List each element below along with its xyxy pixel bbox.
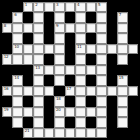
block-cell-r7c8	[86, 75, 96, 85]
block-cell-r10c4	[44, 107, 54, 117]
block-cell-r0c10	[107, 2, 117, 12]
cell-r2c0[interactable]: 8	[2, 23, 12, 33]
block-cell-r0c0	[2, 2, 12, 12]
block-cell-r4c6	[65, 44, 75, 54]
cell-r5c5[interactable]	[54, 54, 64, 64]
cell-r1c9[interactable]	[96, 12, 106, 22]
cell-r12c6[interactable]	[65, 128, 75, 138]
cell-r5c9[interactable]	[96, 54, 106, 64]
cell-r10c5[interactable]: 20	[54, 107, 64, 117]
cell-r10c0[interactable]: 19	[2, 107, 12, 117]
block-cell-r6c2	[23, 65, 33, 75]
cell-r4c9[interactable]	[96, 44, 106, 54]
clue-number-15: 15	[119, 76, 124, 81]
cell-r9c1[interactable]	[12, 96, 22, 106]
cell-r7c3[interactable]	[33, 75, 43, 85]
block-cell-r7c0	[2, 75, 12, 85]
block-cell-r9c4	[44, 96, 54, 106]
cell-r6c9[interactable]	[96, 65, 106, 75]
clue-number-13: 13	[35, 66, 40, 71]
cell-r10c11[interactable]	[117, 107, 127, 117]
cell-r9c7[interactable]	[75, 96, 85, 106]
cell-r12c2[interactable]: 21	[23, 128, 33, 138]
block-cell-r12c11	[117, 128, 127, 138]
clue-number-20: 20	[56, 108, 61, 113]
cell-r6c4[interactable]	[44, 65, 54, 75]
block-cell-r12c1	[12, 128, 22, 138]
clue-number-2: 2	[35, 3, 37, 8]
block-cell-r12c12	[128, 128, 138, 138]
cell-r9c9[interactable]	[96, 96, 106, 106]
block-cell-r6c10	[107, 65, 117, 75]
block-cell-r1c12	[128, 12, 138, 22]
block-cell-r11c6	[65, 117, 75, 127]
block-cell-r5c8	[86, 54, 96, 64]
cell-r1c11[interactable]: 7	[117, 12, 127, 22]
clue-number-16: 16	[4, 87, 9, 92]
block-cell-r5c6	[65, 54, 75, 64]
clue-number-18: 18	[56, 97, 61, 102]
cell-r5c1[interactable]	[12, 54, 22, 64]
block-cell-r10c10	[107, 107, 117, 117]
cell-r2c1[interactable]	[12, 23, 22, 33]
block-cell-r7c4	[44, 75, 54, 85]
cell-r3c9[interactable]	[96, 33, 106, 43]
clue-number-4: 4	[77, 3, 79, 8]
cell-r11c7[interactable]	[75, 117, 85, 127]
cell-r11c3[interactable]	[33, 117, 43, 127]
cell-r10c1[interactable]	[12, 107, 22, 117]
cell-r8c9[interactable]	[96, 86, 106, 96]
cell-r12c5[interactable]	[54, 128, 64, 138]
cell-r1c5[interactable]	[54, 12, 64, 22]
cell-r3c5[interactable]	[54, 33, 64, 43]
block-cell-r11c10	[107, 117, 117, 127]
cell-r7c9[interactable]	[96, 75, 106, 85]
clue-number-6: 6	[14, 13, 16, 18]
block-cell-r0c1	[12, 2, 22, 12]
block-cell-r12c0	[2, 128, 12, 138]
cell-r5c3[interactable]	[33, 54, 43, 64]
block-cell-r1c6	[65, 12, 75, 22]
block-cell-r3c4	[44, 33, 54, 43]
block-cell-r9c0	[2, 96, 12, 106]
cell-r4c10[interactable]	[107, 44, 117, 54]
cell-r2c9[interactable]	[96, 23, 106, 33]
cell-r8c2[interactable]	[23, 86, 33, 96]
crossword-puzzle: 123456789101112131415161718192021	[0, 0, 140, 140]
block-cell-r6c11	[117, 65, 127, 75]
cell-r11c11[interactable]	[117, 117, 127, 127]
cell-r1c1[interactable]: 6	[12, 12, 22, 22]
cell-r5c7[interactable]	[75, 54, 85, 64]
cell-r2c3[interactable]	[33, 23, 43, 33]
clue-number-7: 7	[119, 13, 121, 18]
block-cell-r7c2	[23, 75, 33, 85]
cell-r9c5[interactable]: 18	[54, 96, 64, 106]
cell-r6c3[interactable]: 13	[33, 65, 43, 75]
cell-r7c5[interactable]	[54, 75, 64, 85]
block-cell-r3c12	[128, 33, 138, 43]
cell-r7c7[interactable]	[75, 75, 85, 85]
cell-r0c8[interactable]	[86, 2, 96, 12]
cell-r6c8[interactable]	[86, 65, 96, 75]
block-cell-r11c2	[23, 117, 33, 127]
cell-r0c6[interactable]	[65, 2, 75, 12]
cell-r11c9[interactable]	[96, 117, 106, 127]
block-cell-r2c4	[44, 23, 54, 33]
cell-r10c8[interactable]	[86, 107, 96, 117]
clue-number-14: 14	[14, 76, 19, 81]
cell-r2c5[interactable]: 9	[54, 23, 64, 33]
block-cell-r1c2	[23, 12, 33, 22]
cell-r0c4[interactable]	[44, 2, 54, 12]
cell-r10c6[interactable]	[65, 107, 75, 117]
block-cell-r9c12	[128, 96, 138, 106]
cell-r10c3[interactable]	[33, 107, 43, 117]
cell-r3c7[interactable]	[75, 33, 85, 43]
cell-r2c7[interactable]	[75, 23, 85, 33]
cell-r3c11[interactable]	[117, 33, 127, 43]
cell-r2c6[interactable]	[65, 23, 75, 33]
block-cell-r5c12	[128, 54, 138, 64]
cell-r8c3[interactable]	[33, 86, 43, 96]
block-cell-r0c12	[128, 2, 138, 12]
cell-r8c8[interactable]	[86, 86, 96, 96]
clue-number-3: 3	[56, 3, 58, 8]
block-cell-r6c0	[2, 65, 12, 75]
block-cell-r9c2	[23, 96, 33, 106]
crossword-grid: 123456789101112131415161718192021	[2, 2, 138, 138]
block-cell-r11c12	[128, 117, 138, 127]
clue-number-10: 10	[14, 45, 19, 50]
cell-r10c2[interactable]	[23, 107, 33, 117]
cell-r8c0[interactable]: 16	[2, 86, 12, 96]
block-cell-r3c8	[86, 33, 96, 43]
cell-r1c3[interactable]	[33, 12, 43, 22]
block-cell-r10c12	[128, 107, 138, 117]
cell-r6c6[interactable]	[65, 65, 75, 75]
cell-r12c9[interactable]	[96, 128, 106, 138]
cell-r4c1[interactable]: 10	[12, 44, 22, 54]
block-cell-r3c10	[107, 33, 117, 43]
cell-r2c11[interactable]	[117, 23, 127, 33]
block-cell-r1c0	[2, 12, 12, 22]
cell-r4c4[interactable]	[44, 44, 54, 54]
block-cell-r7c6	[65, 75, 75, 85]
block-cell-r1c10	[107, 12, 117, 22]
cell-r2c2[interactable]	[23, 23, 33, 33]
cell-r7c11[interactable]: 15	[117, 75, 127, 85]
cell-r5c0[interactable]: 12	[2, 54, 12, 64]
cell-r9c11[interactable]	[117, 96, 127, 106]
block-cell-r1c8	[86, 12, 96, 22]
cell-r12c4[interactable]	[44, 128, 54, 138]
block-cell-r5c4	[44, 54, 54, 64]
block-cell-r3c0	[2, 33, 12, 43]
cell-r8c10[interactable]	[107, 86, 117, 96]
cell-r4c8[interactable]	[86, 44, 96, 54]
block-cell-r1c4	[44, 12, 54, 22]
block-cell-r4c0	[2, 44, 12, 54]
clue-number-1: 1	[25, 3, 27, 8]
cell-r4c5[interactable]	[54, 44, 64, 54]
block-cell-r6c1	[12, 65, 22, 75]
block-cell-r9c8	[86, 96, 96, 106]
cell-r0c9[interactable]: 5	[96, 2, 106, 12]
cell-r5c2[interactable]	[23, 54, 33, 64]
clue-number-12: 12	[4, 55, 9, 60]
cell-r8c12[interactable]	[128, 86, 138, 96]
cell-r8c4[interactable]	[44, 86, 54, 96]
block-cell-r2c10	[107, 23, 117, 33]
cell-r4c12[interactable]	[128, 44, 138, 54]
clue-number-8: 8	[4, 24, 6, 29]
cell-r12c8[interactable]	[86, 128, 96, 138]
cell-r4c11[interactable]	[117, 44, 127, 54]
cell-r6c7[interactable]	[75, 65, 85, 75]
block-cell-r9c6	[65, 96, 75, 106]
block-cell-r0c11	[117, 2, 127, 12]
cell-r0c5[interactable]: 3	[54, 2, 64, 12]
cell-r0c7[interactable]: 4	[75, 2, 85, 12]
cell-r5c11[interactable]	[117, 54, 127, 64]
cell-r6c5[interactable]	[54, 65, 64, 75]
block-cell-r11c4	[44, 117, 54, 127]
block-cell-r9c10	[107, 96, 117, 106]
cell-r12c7[interactable]	[75, 128, 85, 138]
block-cell-r7c12	[128, 75, 138, 85]
clue-number-11: 11	[77, 45, 82, 50]
clue-number-17: 17	[67, 87, 72, 92]
cell-r4c3[interactable]	[33, 44, 43, 54]
cell-r0c3[interactable]: 2	[33, 2, 43, 12]
cell-r4c2[interactable]	[23, 44, 33, 54]
cell-r9c3[interactable]	[33, 96, 43, 106]
block-cell-r2c12	[128, 23, 138, 33]
cell-r10c7[interactable]	[75, 107, 85, 117]
cell-r4c7[interactable]: 11	[75, 44, 85, 54]
block-cell-r8c5	[54, 86, 64, 96]
cell-r8c11[interactable]	[117, 86, 127, 96]
block-cell-r11c0	[2, 117, 12, 127]
cell-r2c8[interactable]	[86, 23, 96, 33]
clue-number-19: 19	[4, 108, 9, 113]
cell-r11c5[interactable]	[54, 117, 64, 127]
cell-r1c7[interactable]	[75, 12, 85, 22]
cell-r0c2[interactable]: 1	[23, 2, 33, 12]
cell-r8c7[interactable]	[75, 86, 85, 96]
cell-r3c3[interactable]	[33, 33, 43, 43]
cell-r10c9[interactable]	[96, 107, 106, 117]
cell-r12c3[interactable]	[33, 128, 43, 138]
cell-r8c1[interactable]	[12, 86, 22, 96]
clue-number-9: 9	[56, 24, 58, 29]
cell-r7c1[interactable]: 14	[12, 75, 22, 85]
clue-number-21: 21	[25, 129, 30, 134]
cell-r3c1[interactable]	[12, 33, 22, 43]
clue-number-5: 5	[98, 3, 100, 8]
block-cell-r5c10	[107, 54, 117, 64]
block-cell-r3c2	[23, 33, 33, 43]
block-cell-r6c12	[128, 65, 138, 75]
cell-r8c6[interactable]: 17	[65, 86, 75, 96]
block-cell-r7c10	[107, 75, 117, 85]
block-cell-r3c6	[65, 33, 75, 43]
block-cell-r12c10	[107, 128, 117, 138]
block-cell-r11c8	[86, 117, 96, 127]
cell-r11c1[interactable]	[12, 117, 22, 127]
